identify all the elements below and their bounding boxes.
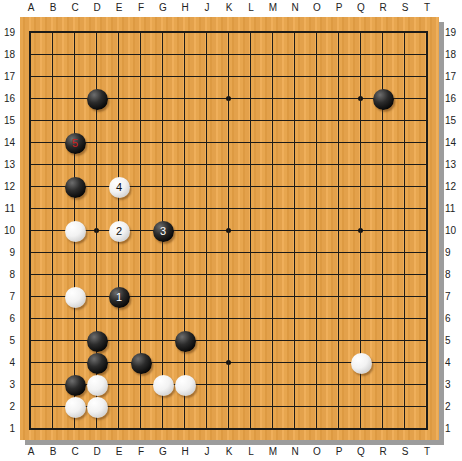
board-intersection[interactable] [20,110,42,132]
board-intersection[interactable] [64,66,86,88]
board-intersection[interactable] [20,396,42,418]
board-intersection[interactable] [328,220,350,242]
board-intersection[interactable] [174,66,196,88]
board-intersection[interactable] [284,352,306,374]
board-intersection[interactable] [64,286,86,308]
board-intersection[interactable] [306,264,328,286]
board-intersection[interactable] [328,44,350,66]
board-intersection[interactable] [240,286,262,308]
board-intersection[interactable] [196,374,218,396]
board-intersection[interactable] [284,198,306,220]
board-intersection[interactable] [240,242,262,264]
board-intersection[interactable] [42,198,64,220]
board-intersection[interactable] [196,352,218,374]
board-intersection[interactable] [196,308,218,330]
board-intersection[interactable] [218,66,240,88]
board-intersection[interactable] [20,286,42,308]
board-intersection[interactable] [284,330,306,352]
board-intersection[interactable] [42,264,64,286]
board-intersection[interactable] [174,286,196,308]
board-intersection[interactable] [108,132,130,154]
board-intersection[interactable] [306,352,328,374]
board-intersection[interactable] [416,330,438,352]
board-intersection[interactable] [20,220,42,242]
board-intersection[interactable] [196,132,218,154]
board-intersection[interactable] [394,110,416,132]
board-intersection[interactable] [196,330,218,352]
board-intersection[interactable] [394,330,416,352]
board-intersection[interactable] [306,308,328,330]
board-intersection[interactable] [350,66,372,88]
board-intersection[interactable] [64,308,86,330]
board-intersection[interactable] [284,308,306,330]
board-intersection[interactable] [350,418,372,440]
board-intersection[interactable] [20,330,42,352]
board-intersection[interactable] [196,154,218,176]
board-intersection[interactable] [306,396,328,418]
board-intersection[interactable] [108,44,130,66]
board-intersection[interactable] [196,242,218,264]
board-intersection[interactable] [218,88,240,110]
board-intersection[interactable] [196,44,218,66]
board-intersection[interactable] [86,66,108,88]
board-intersection[interactable] [394,198,416,220]
board-intersection[interactable] [130,396,152,418]
board-intersection[interactable] [130,154,152,176]
board-intersection[interactable] [394,176,416,198]
board-intersection[interactable] [152,352,174,374]
board-intersection[interactable] [20,264,42,286]
board-intersection[interactable] [306,374,328,396]
board-intersection[interactable] [86,176,108,198]
board-intersection[interactable] [240,66,262,88]
board-intersection[interactable] [86,44,108,66]
board-intersection[interactable] [130,220,152,242]
board-intersection[interactable] [284,242,306,264]
board-intersection[interactable] [416,110,438,132]
board-intersection[interactable] [108,198,130,220]
board-intersection[interactable] [108,330,130,352]
board-intersection[interactable] [262,286,284,308]
board-intersection[interactable] [42,242,64,264]
board-intersection[interactable] [152,66,174,88]
board-intersection[interactable] [240,88,262,110]
board-intersection[interactable] [152,396,174,418]
board-intersection[interactable] [218,110,240,132]
board-intersection[interactable] [284,88,306,110]
board-intersection[interactable] [416,242,438,264]
board-intersection[interactable] [262,22,284,44]
board-intersection[interactable] [42,110,64,132]
board-intersection[interactable] [196,22,218,44]
board-intersection[interactable] [306,132,328,154]
board-intersection[interactable] [174,22,196,44]
board-intersection[interactable] [240,352,262,374]
board-intersection[interactable] [174,396,196,418]
board-intersection[interactable] [416,198,438,220]
board-intersection[interactable] [328,264,350,286]
board-intersection[interactable] [262,154,284,176]
board-intersection[interactable] [416,132,438,154]
board-intersection[interactable] [262,242,284,264]
board-intersection[interactable] [218,242,240,264]
board-intersection[interactable] [350,286,372,308]
board-intersection[interactable] [416,88,438,110]
board-intersection[interactable] [284,176,306,198]
board-intersection[interactable] [328,22,350,44]
board-intersection[interactable] [108,110,130,132]
board-intersection[interactable] [174,308,196,330]
board-intersection[interactable] [372,374,394,396]
board-intersection[interactable] [284,66,306,88]
board-intersection[interactable] [218,264,240,286]
board-intersection[interactable] [108,308,130,330]
board-intersection[interactable] [86,220,108,242]
board-intersection[interactable] [240,44,262,66]
board-intersection[interactable] [350,396,372,418]
board-intersection[interactable] [328,88,350,110]
board-intersection[interactable] [64,374,86,396]
board-intersection[interactable] [262,418,284,440]
board-intersection[interactable] [372,88,394,110]
board-intersection[interactable] [130,242,152,264]
board-intersection[interactable] [130,88,152,110]
board-intersection[interactable] [372,418,394,440]
board-intersection[interactable] [416,264,438,286]
board-intersection[interactable] [394,352,416,374]
board-intersection[interactable] [350,308,372,330]
board-intersection[interactable] [240,154,262,176]
board-intersection[interactable] [108,242,130,264]
board-intersection[interactable]: 2 [108,220,130,242]
board-intersection[interactable] [394,396,416,418]
board-intersection[interactable] [152,374,174,396]
board-intersection[interactable] [174,242,196,264]
board-intersection[interactable] [372,176,394,198]
board-intersection[interactable] [42,352,64,374]
board-intersection[interactable] [152,154,174,176]
board-intersection[interactable] [42,418,64,440]
board-intersection[interactable] [416,418,438,440]
board-intersection[interactable] [372,22,394,44]
board-intersection[interactable] [130,418,152,440]
board-intersection[interactable] [42,330,64,352]
board-intersection[interactable] [174,88,196,110]
board-intersection[interactable] [328,110,350,132]
board-intersection[interactable] [416,154,438,176]
board-intersection[interactable] [86,308,108,330]
board-intersection[interactable] [174,176,196,198]
board-intersection[interactable] [328,176,350,198]
board-intersection[interactable] [394,132,416,154]
board-intersection[interactable] [42,66,64,88]
board-intersection[interactable] [152,198,174,220]
board-intersection[interactable] [350,132,372,154]
board-intersection[interactable] [196,286,218,308]
board-intersection[interactable] [394,220,416,242]
board-intersection[interactable] [174,154,196,176]
board-intersection[interactable] [86,352,108,374]
board-intersection[interactable] [218,330,240,352]
board-intersection[interactable] [416,374,438,396]
board-intersection[interactable] [416,66,438,88]
board-intersection[interactable] [240,308,262,330]
board-intersection[interactable] [328,154,350,176]
board-intersection[interactable] [262,66,284,88]
board-intersection[interactable] [174,198,196,220]
board-intersection[interactable] [306,198,328,220]
board-intersection[interactable] [196,66,218,88]
board-intersection[interactable]: 5 [64,132,86,154]
board-intersection[interactable] [284,110,306,132]
board-intersection[interactable] [20,198,42,220]
board-intersection[interactable] [174,352,196,374]
board-intersection[interactable] [64,418,86,440]
board-intersection[interactable] [262,44,284,66]
board-intersection[interactable] [130,374,152,396]
board-intersection[interactable] [240,110,262,132]
board-intersection[interactable] [20,308,42,330]
board-intersection[interactable] [372,396,394,418]
board-intersection[interactable] [130,352,152,374]
board-intersection[interactable] [350,374,372,396]
board-intersection[interactable] [174,418,196,440]
board-intersection[interactable] [218,132,240,154]
board-intersection[interactable] [64,44,86,66]
board-intersection[interactable] [350,110,372,132]
board-intersection[interactable] [394,286,416,308]
board-intersection[interactable]: 4 [108,176,130,198]
board-intersection[interactable] [218,198,240,220]
board-intersection[interactable] [20,66,42,88]
board-intersection[interactable] [152,308,174,330]
board-intersection[interactable] [218,44,240,66]
board-intersection[interactable] [130,22,152,44]
board-intersection[interactable] [64,352,86,374]
board-intersection[interactable] [42,22,64,44]
board-intersection[interactable] [328,418,350,440]
board-intersection[interactable] [328,286,350,308]
board-intersection[interactable] [64,176,86,198]
board-intersection[interactable] [86,286,108,308]
board-intersection[interactable] [350,22,372,44]
board-intersection[interactable] [416,308,438,330]
board-intersection[interactable] [328,198,350,220]
board-intersection[interactable] [20,176,42,198]
board-intersection[interactable] [350,154,372,176]
board-intersection[interactable] [372,242,394,264]
board-intersection[interactable] [152,418,174,440]
board-intersection[interactable] [284,418,306,440]
board-intersection[interactable] [394,154,416,176]
board-intersection[interactable] [416,220,438,242]
board-intersection[interactable] [64,330,86,352]
board-intersection[interactable] [174,110,196,132]
board-intersection[interactable] [196,264,218,286]
board-intersection[interactable] [42,88,64,110]
board-intersection[interactable] [152,286,174,308]
board-intersection[interactable] [42,396,64,418]
board-intersection[interactable] [130,308,152,330]
board-intersection[interactable] [42,132,64,154]
board-intersection[interactable] [130,66,152,88]
board-intersection[interactable] [306,242,328,264]
board-intersection[interactable] [306,88,328,110]
board-intersection[interactable] [20,44,42,66]
board-intersection[interactable] [372,308,394,330]
board-intersection[interactable] [262,132,284,154]
board-intersection[interactable] [372,198,394,220]
board-intersection[interactable] [372,264,394,286]
board-intersection[interactable] [328,396,350,418]
board-intersection[interactable] [350,352,372,374]
board-intersection[interactable] [306,176,328,198]
board-intersection[interactable] [218,220,240,242]
board-intersection[interactable] [86,198,108,220]
board-intersection[interactable] [284,264,306,286]
board-intersection[interactable] [64,242,86,264]
board-intersection[interactable] [64,22,86,44]
board-intersection[interactable] [20,374,42,396]
board-intersection[interactable] [372,154,394,176]
board-intersection[interactable] [20,154,42,176]
board-intersection[interactable] [328,308,350,330]
board-intersection[interactable] [218,22,240,44]
board-intersection[interactable] [306,110,328,132]
board-intersection[interactable] [130,264,152,286]
board-intersection[interactable] [130,286,152,308]
board-intersection[interactable] [108,396,130,418]
board-intersection[interactable] [64,220,86,242]
board-intersection[interactable] [196,396,218,418]
board-intersection[interactable] [394,242,416,264]
board-intersection[interactable] [284,154,306,176]
board-intersection[interactable] [350,242,372,264]
board-intersection[interactable] [240,264,262,286]
board-intersection[interactable] [306,418,328,440]
board-intersection[interactable] [152,330,174,352]
board-intersection[interactable] [262,352,284,374]
board-intersection[interactable] [284,220,306,242]
board-intersection[interactable] [350,264,372,286]
board-intersection[interactable] [108,66,130,88]
board-intersection[interactable] [130,132,152,154]
board-intersection[interactable] [284,44,306,66]
board-intersection[interactable] [240,396,262,418]
board-intersection[interactable] [86,374,108,396]
board-intersection[interactable] [394,308,416,330]
board-intersection[interactable] [108,418,130,440]
board-intersection[interactable] [328,66,350,88]
board-intersection[interactable] [108,154,130,176]
board-intersection[interactable] [130,176,152,198]
board-intersection[interactable] [328,132,350,154]
board-intersection[interactable] [42,220,64,242]
board-intersection[interactable] [108,352,130,374]
board-intersection[interactable] [306,220,328,242]
board-intersection[interactable] [394,418,416,440]
board-intersection[interactable] [108,22,130,44]
board-intersection[interactable] [284,396,306,418]
board-intersection[interactable] [218,308,240,330]
board-intersection[interactable] [372,352,394,374]
board-intersection[interactable] [306,154,328,176]
board-intersection[interactable] [218,396,240,418]
board-intersection[interactable] [64,88,86,110]
board-intersection[interactable] [64,154,86,176]
board-intersection[interactable] [130,330,152,352]
board-intersection[interactable] [86,88,108,110]
board-intersection[interactable] [240,22,262,44]
board-intersection[interactable] [108,264,130,286]
board-intersection[interactable] [394,44,416,66]
board-intersection[interactable] [86,396,108,418]
board-intersection[interactable] [328,374,350,396]
board-intersection[interactable] [284,374,306,396]
board-intersection[interactable] [152,44,174,66]
board-intersection[interactable] [130,44,152,66]
board-intersection[interactable] [174,374,196,396]
board-intersection[interactable] [328,330,350,352]
board-intersection[interactable] [174,330,196,352]
board-intersection[interactable] [416,352,438,374]
board-intersection[interactable] [306,286,328,308]
board-intersection[interactable] [262,198,284,220]
board-intersection[interactable] [306,330,328,352]
board-intersection[interactable] [152,176,174,198]
board-intersection[interactable] [262,396,284,418]
board-intersection[interactable] [130,198,152,220]
board-intersection[interactable] [240,132,262,154]
board-intersection[interactable] [86,154,108,176]
board-intersection[interactable] [108,88,130,110]
board-intersection[interactable] [20,418,42,440]
board-intersection[interactable] [350,176,372,198]
board-intersection[interactable] [20,352,42,374]
board-intersection[interactable] [86,132,108,154]
board-intersection[interactable] [42,44,64,66]
board-intersection[interactable] [262,330,284,352]
board-intersection[interactable] [42,308,64,330]
board-intersection[interactable] [86,242,108,264]
board-intersection[interactable] [416,44,438,66]
board-intersection[interactable] [262,88,284,110]
board-intersection[interactable] [152,264,174,286]
board-intersection[interactable] [372,132,394,154]
board-intersection[interactable] [218,176,240,198]
board-intersection[interactable] [284,22,306,44]
board-intersection[interactable]: 3 [152,220,174,242]
board-intersection[interactable] [262,308,284,330]
board-intersection[interactable] [196,110,218,132]
board-intersection[interactable] [174,264,196,286]
board-intersection[interactable] [86,330,108,352]
board-intersection[interactable] [196,198,218,220]
board-intersection[interactable] [86,418,108,440]
board-intersection[interactable] [152,242,174,264]
board-intersection[interactable] [196,418,218,440]
board-intersection[interactable] [42,374,64,396]
board-intersection[interactable] [218,418,240,440]
board-intersection[interactable] [328,352,350,374]
board-intersection[interactable] [152,22,174,44]
board-intersection[interactable] [42,286,64,308]
board-intersection[interactable] [240,418,262,440]
board-intersection[interactable] [86,22,108,44]
board-intersection[interactable] [328,242,350,264]
board-intersection[interactable] [416,176,438,198]
board-intersection[interactable] [306,44,328,66]
